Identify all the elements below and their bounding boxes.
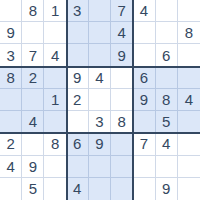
cell-r1c2[interactable]: 8 xyxy=(22,0,44,22)
cell-r3c9[interactable] xyxy=(178,44,200,66)
cell-r4c2[interactable]: 2 xyxy=(22,67,44,89)
given-digit: 3 xyxy=(73,3,81,18)
cell-r2c6[interactable]: 4 xyxy=(111,22,133,44)
cell-r6c9[interactable] xyxy=(178,111,200,133)
given-digit: 8 xyxy=(6,70,14,85)
cell-r5c4[interactable]: 2 xyxy=(67,89,89,111)
given-digit: 4 xyxy=(162,136,170,151)
cell-r4c8[interactable] xyxy=(156,67,178,89)
given-digit: 4 xyxy=(95,70,103,85)
cell-r6c2[interactable]: 4 xyxy=(22,111,44,133)
given-digit: 4 xyxy=(6,159,14,174)
cell-r7c9[interactable] xyxy=(178,133,200,155)
given-digit: 8 xyxy=(162,92,170,107)
given-digit: 5 xyxy=(162,114,170,129)
cell-r6c3[interactable] xyxy=(44,111,66,133)
cell-r6c7[interactable] xyxy=(133,111,155,133)
cell-r6c4[interactable] xyxy=(67,111,89,133)
given-digit: 6 xyxy=(162,48,170,63)
given-digit: 4 xyxy=(73,181,81,196)
cell-r6c6[interactable]: 8 xyxy=(111,111,133,133)
cell-r8c2[interactable]: 9 xyxy=(22,156,44,178)
given-digit: 6 xyxy=(73,136,81,151)
given-digit: 8 xyxy=(51,136,59,151)
cell-r5c7[interactable]: 9 xyxy=(133,89,155,111)
cell-r1c4[interactable]: 3 xyxy=(67,0,89,22)
cell-r4c3[interactable] xyxy=(44,67,66,89)
given-digit: 3 xyxy=(95,114,103,129)
cell-r4c4[interactable]: 9 xyxy=(67,67,89,89)
cell-r7c3[interactable]: 8 xyxy=(44,133,66,155)
given-digit: 4 xyxy=(118,25,126,40)
cell-r9c4[interactable]: 4 xyxy=(67,178,89,200)
given-digit: 4 xyxy=(51,48,59,63)
given-digit: 1 xyxy=(51,3,59,18)
cell-r8c5[interactable] xyxy=(89,156,111,178)
cell-r7c5[interactable]: 9 xyxy=(89,133,111,155)
cell-r5c1[interactable] xyxy=(0,89,22,111)
given-digit: 7 xyxy=(29,48,37,63)
given-digit: 2 xyxy=(29,70,37,85)
given-digit: 9 xyxy=(140,92,148,107)
cell-r2c5[interactable] xyxy=(89,22,111,44)
cell-r2c7[interactable] xyxy=(133,22,155,44)
given-digit: 5 xyxy=(29,181,37,196)
cell-r5c3[interactable]: 1 xyxy=(44,89,66,111)
cell-r9c5[interactable] xyxy=(89,178,111,200)
cell-r7c6[interactable] xyxy=(111,133,133,155)
cell-r8c4[interactable] xyxy=(67,156,89,178)
cell-r4c5[interactable]: 4 xyxy=(89,67,111,89)
given-digit: 4 xyxy=(140,3,148,18)
cell-r7c1[interactable]: 2 xyxy=(0,133,22,155)
given-digit: 4 xyxy=(29,114,37,129)
given-digit: 4 xyxy=(185,92,193,107)
cell-r9c9[interactable] xyxy=(178,178,200,200)
cell-r9c3[interactable] xyxy=(44,178,66,200)
cell-r3c5[interactable] xyxy=(89,44,111,66)
cell-r5c2[interactable] xyxy=(22,89,44,111)
cell-r5c9[interactable]: 4 xyxy=(178,89,200,111)
cell-r3c6[interactable]: 9 xyxy=(111,44,133,66)
given-digit: 1 xyxy=(51,92,59,107)
cell-r1c3[interactable]: 1 xyxy=(44,0,66,22)
cell-r4c7[interactable]: 6 xyxy=(133,67,155,89)
cell-r7c4[interactable]: 6 xyxy=(67,133,89,155)
cell-r5c6[interactable] xyxy=(111,89,133,111)
given-digit: 7 xyxy=(118,3,126,18)
cell-r4c6[interactable] xyxy=(111,67,133,89)
cell-r9c7[interactable] xyxy=(133,178,155,200)
given-digit: 9 xyxy=(162,181,170,196)
given-digit: 8 xyxy=(118,114,126,129)
cell-r2c2[interactable] xyxy=(22,22,44,44)
cell-r9c1[interactable] xyxy=(0,178,22,200)
given-digit: 9 xyxy=(73,70,81,85)
cell-r8c3[interactable] xyxy=(44,156,66,178)
cell-r1c9[interactable] xyxy=(178,0,200,22)
cell-r4c9[interactable] xyxy=(178,67,200,89)
cell-r5c5[interactable] xyxy=(89,89,111,111)
cell-r8c6[interactable] xyxy=(111,156,133,178)
given-digit: 8 xyxy=(29,3,37,18)
cell-r9c2[interactable]: 5 xyxy=(22,178,44,200)
cell-r8c8[interactable] xyxy=(156,156,178,178)
sudoku-board: 81374948374968294612984438528697449549 xyxy=(0,0,200,200)
cell-r2c4[interactable] xyxy=(67,22,89,44)
cell-r2c9[interactable]: 8 xyxy=(178,22,200,44)
cell-r7c2[interactable] xyxy=(22,133,44,155)
given-digit: 9 xyxy=(6,25,14,40)
cell-r9c6[interactable] xyxy=(111,178,133,200)
cell-r1c1[interactable] xyxy=(0,0,22,22)
cell-r2c3[interactable] xyxy=(44,22,66,44)
cell-r7c8[interactable]: 4 xyxy=(156,133,178,155)
cell-r7c7[interactable]: 7 xyxy=(133,133,155,155)
given-digit: 9 xyxy=(29,159,37,174)
cell-r3c3[interactable]: 4 xyxy=(44,44,66,66)
cell-r1c7[interactable]: 4 xyxy=(133,0,155,22)
given-digit: 7 xyxy=(140,136,148,151)
cell-r8c9[interactable] xyxy=(178,156,200,178)
given-digit: 2 xyxy=(73,92,81,107)
cell-r2c8[interactable] xyxy=(156,22,178,44)
cell-r1c6[interactable]: 7 xyxy=(111,0,133,22)
cell-r3c7[interactable] xyxy=(133,44,155,66)
cell-r8c7[interactable] xyxy=(133,156,155,178)
given-digit: 2 xyxy=(6,136,14,151)
cell-r2c1[interactable]: 9 xyxy=(0,22,22,44)
cell-r9c8[interactable]: 9 xyxy=(156,178,178,200)
cell-r6c5[interactable]: 3 xyxy=(89,111,111,133)
given-digit: 8 xyxy=(185,25,193,40)
cell-r6c1[interactable] xyxy=(0,111,22,133)
cell-r4c1[interactable]: 8 xyxy=(0,67,22,89)
given-digit: 9 xyxy=(118,48,126,63)
cell-r3c2[interactable]: 7 xyxy=(22,44,44,66)
cell-r3c1[interactable]: 3 xyxy=(0,44,22,66)
cell-r3c4[interactable] xyxy=(67,44,89,66)
cell-r1c8[interactable] xyxy=(156,0,178,22)
given-digit: 3 xyxy=(6,48,14,63)
given-digit: 9 xyxy=(95,136,103,151)
cell-r6c8[interactable]: 5 xyxy=(156,111,178,133)
given-digit: 6 xyxy=(140,70,148,85)
cell-r8c1[interactable]: 4 xyxy=(0,156,22,178)
cell-r1c5[interactable] xyxy=(89,0,111,22)
cell-r5c8[interactable]: 8 xyxy=(156,89,178,111)
cell-r3c8[interactable]: 6 xyxy=(156,44,178,66)
